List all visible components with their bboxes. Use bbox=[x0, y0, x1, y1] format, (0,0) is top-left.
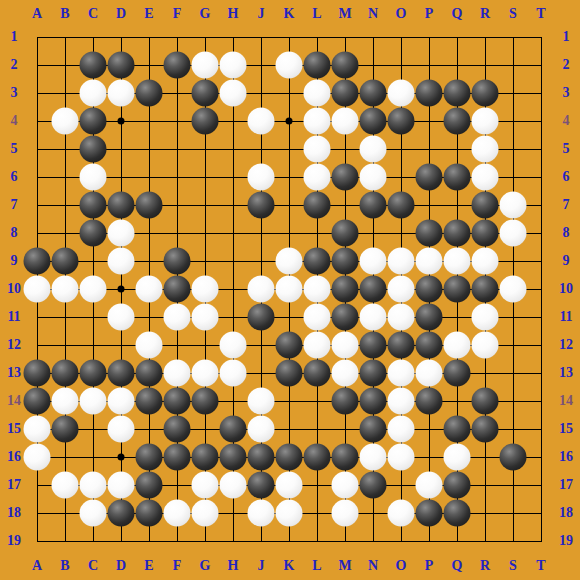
stone-black-J7 bbox=[248, 192, 275, 219]
stone-white-C14 bbox=[80, 388, 107, 415]
stone-black-P3 bbox=[416, 80, 443, 107]
row-label-left-12: 12 bbox=[7, 338, 21, 352]
stone-white-F13 bbox=[164, 360, 191, 387]
row-label-left-13: 13 bbox=[7, 366, 21, 380]
row-label-left-17: 17 bbox=[7, 478, 21, 492]
column-label-top-F: F bbox=[173, 7, 182, 21]
stone-white-F11 bbox=[164, 304, 191, 331]
stone-white-M12 bbox=[332, 332, 359, 359]
stone-white-J6 bbox=[248, 164, 275, 191]
stone-white-O11 bbox=[388, 304, 415, 331]
column-label-top-H: H bbox=[228, 7, 239, 21]
stone-white-E12 bbox=[136, 332, 163, 359]
row-label-left-3: 3 bbox=[11, 86, 18, 100]
stone-white-G17 bbox=[192, 472, 219, 499]
stone-black-L2 bbox=[304, 52, 331, 79]
column-label-bottom-F: F bbox=[173, 559, 182, 573]
stone-white-O16 bbox=[388, 444, 415, 471]
row-label-left-4: 4 bbox=[11, 114, 18, 128]
stone-black-B9 bbox=[52, 248, 79, 275]
stone-black-F15 bbox=[164, 416, 191, 443]
stone-white-P9 bbox=[416, 248, 443, 275]
stone-black-Q10 bbox=[444, 276, 471, 303]
stone-black-J16 bbox=[248, 444, 275, 471]
stone-black-R8 bbox=[472, 220, 499, 247]
column-label-bottom-D: D bbox=[116, 559, 126, 573]
stone-black-M2 bbox=[332, 52, 359, 79]
stone-white-S8 bbox=[500, 220, 527, 247]
row-label-left-19: 19 bbox=[7, 534, 21, 548]
stone-white-J14 bbox=[248, 388, 275, 415]
stone-black-O4 bbox=[388, 108, 415, 135]
stone-black-C4 bbox=[80, 108, 107, 135]
stone-black-M16 bbox=[332, 444, 359, 471]
column-label-bottom-C: C bbox=[88, 559, 98, 573]
stone-black-N4 bbox=[360, 108, 387, 135]
column-label-top-G: G bbox=[200, 7, 211, 21]
go-board[interactable]: AABBCCDDEEFFGGHHJJKKLLMMNNOOPPQQRRSSTT11… bbox=[0, 0, 580, 580]
stone-white-L4 bbox=[304, 108, 331, 135]
column-label-bottom-L: L bbox=[312, 559, 321, 573]
stone-black-D18 bbox=[108, 500, 135, 527]
row-label-left-2: 2 bbox=[11, 58, 18, 72]
stone-white-Q12 bbox=[444, 332, 471, 359]
stone-black-A9 bbox=[24, 248, 51, 275]
grid-line-vertical-T bbox=[541, 37, 542, 542]
stone-white-Q9 bbox=[444, 248, 471, 275]
column-label-top-C: C bbox=[88, 7, 98, 21]
stone-white-N16 bbox=[360, 444, 387, 471]
stone-white-D17 bbox=[108, 472, 135, 499]
stone-black-O12 bbox=[388, 332, 415, 359]
stone-black-G3 bbox=[192, 80, 219, 107]
row-label-right-5: 5 bbox=[563, 142, 570, 156]
stone-white-K18 bbox=[276, 500, 303, 527]
stone-black-R10 bbox=[472, 276, 499, 303]
stone-black-G4 bbox=[192, 108, 219, 135]
stone-white-N9 bbox=[360, 248, 387, 275]
stone-black-B13 bbox=[52, 360, 79, 387]
stone-black-N17 bbox=[360, 472, 387, 499]
stone-black-N12 bbox=[360, 332, 387, 359]
stone-black-K16 bbox=[276, 444, 303, 471]
row-label-left-14: 14 bbox=[7, 394, 21, 408]
column-label-top-R: R bbox=[480, 7, 490, 21]
column-label-bottom-H: H bbox=[228, 559, 239, 573]
stone-black-E17 bbox=[136, 472, 163, 499]
stone-white-J4 bbox=[248, 108, 275, 135]
stone-white-M17 bbox=[332, 472, 359, 499]
stone-black-D7 bbox=[108, 192, 135, 219]
stone-white-L10 bbox=[304, 276, 331, 303]
stone-black-L7 bbox=[304, 192, 331, 219]
row-label-left-5: 5 bbox=[11, 142, 18, 156]
stone-black-E13 bbox=[136, 360, 163, 387]
stone-black-N15 bbox=[360, 416, 387, 443]
stone-white-C3 bbox=[80, 80, 107, 107]
row-label-left-16: 16 bbox=[7, 450, 21, 464]
row-label-right-14: 14 bbox=[559, 394, 573, 408]
stone-black-Q6 bbox=[444, 164, 471, 191]
stone-white-K2 bbox=[276, 52, 303, 79]
stone-white-L3 bbox=[304, 80, 331, 107]
column-label-top-D: D bbox=[116, 7, 126, 21]
stone-white-R11 bbox=[472, 304, 499, 331]
stone-black-M3 bbox=[332, 80, 359, 107]
row-label-right-16: 16 bbox=[559, 450, 573, 464]
stone-white-D9 bbox=[108, 248, 135, 275]
stone-white-G18 bbox=[192, 500, 219, 527]
stone-white-G13 bbox=[192, 360, 219, 387]
stone-black-Q13 bbox=[444, 360, 471, 387]
stone-black-P8 bbox=[416, 220, 443, 247]
column-label-bottom-B: B bbox=[60, 559, 69, 573]
stone-white-O13 bbox=[388, 360, 415, 387]
stone-black-C7 bbox=[80, 192, 107, 219]
stone-white-H12 bbox=[220, 332, 247, 359]
stone-white-Q16 bbox=[444, 444, 471, 471]
hoshi-point-K4 bbox=[286, 118, 293, 125]
stone-black-M6 bbox=[332, 164, 359, 191]
stone-white-D11 bbox=[108, 304, 135, 331]
stone-white-A15 bbox=[24, 416, 51, 443]
stone-white-B4 bbox=[52, 108, 79, 135]
column-label-top-N: N bbox=[368, 7, 378, 21]
column-label-top-B: B bbox=[60, 7, 69, 21]
stone-black-D2 bbox=[108, 52, 135, 79]
stone-white-L12 bbox=[304, 332, 331, 359]
stone-white-J15 bbox=[248, 416, 275, 443]
stone-black-A14 bbox=[24, 388, 51, 415]
stone-white-P17 bbox=[416, 472, 443, 499]
stone-black-M11 bbox=[332, 304, 359, 331]
row-label-left-18: 18 bbox=[7, 506, 21, 520]
column-label-bottom-Q: Q bbox=[452, 559, 463, 573]
stone-white-N5 bbox=[360, 136, 387, 163]
stone-black-R15 bbox=[472, 416, 499, 443]
stone-black-G14 bbox=[192, 388, 219, 415]
stone-black-F16 bbox=[164, 444, 191, 471]
stone-white-O18 bbox=[388, 500, 415, 527]
row-label-right-12: 12 bbox=[559, 338, 573, 352]
column-label-top-E: E bbox=[144, 7, 153, 21]
stone-white-L6 bbox=[304, 164, 331, 191]
column-label-bottom-T: T bbox=[536, 559, 545, 573]
stone-black-H16 bbox=[220, 444, 247, 471]
hoshi-point-D4 bbox=[118, 118, 125, 125]
stone-white-S10 bbox=[500, 276, 527, 303]
stone-black-E7 bbox=[136, 192, 163, 219]
row-label-right-18: 18 bbox=[559, 506, 573, 520]
row-label-left-9: 9 bbox=[11, 254, 18, 268]
stone-white-H17 bbox=[220, 472, 247, 499]
stone-white-O10 bbox=[388, 276, 415, 303]
stone-white-O14 bbox=[388, 388, 415, 415]
column-label-bottom-O: O bbox=[396, 559, 407, 573]
column-label-top-M: M bbox=[338, 7, 351, 21]
stone-white-K9 bbox=[276, 248, 303, 275]
stone-black-L16 bbox=[304, 444, 331, 471]
stone-black-Q18 bbox=[444, 500, 471, 527]
stone-white-A10 bbox=[24, 276, 51, 303]
stone-black-G16 bbox=[192, 444, 219, 471]
column-label-bottom-G: G bbox=[200, 559, 211, 573]
stone-black-E18 bbox=[136, 500, 163, 527]
stone-white-O3 bbox=[388, 80, 415, 107]
stone-black-R7 bbox=[472, 192, 499, 219]
row-label-right-9: 9 bbox=[563, 254, 570, 268]
stone-white-J10 bbox=[248, 276, 275, 303]
column-label-top-A: A bbox=[32, 7, 42, 21]
row-label-right-7: 7 bbox=[563, 198, 570, 212]
stone-black-Q15 bbox=[444, 416, 471, 443]
stone-white-O15 bbox=[388, 416, 415, 443]
stone-white-N6 bbox=[360, 164, 387, 191]
stone-white-H2 bbox=[220, 52, 247, 79]
grid-line-horizontal-19 bbox=[37, 541, 542, 542]
stone-black-F9 bbox=[164, 248, 191, 275]
column-label-top-Q: Q bbox=[452, 7, 463, 21]
stone-black-H15 bbox=[220, 416, 247, 443]
stone-white-C6 bbox=[80, 164, 107, 191]
stone-black-L13 bbox=[304, 360, 331, 387]
row-label-left-7: 7 bbox=[11, 198, 18, 212]
stone-white-G11 bbox=[192, 304, 219, 331]
stone-black-D13 bbox=[108, 360, 135, 387]
column-label-top-T: T bbox=[536, 7, 545, 21]
stone-white-L11 bbox=[304, 304, 331, 331]
stone-black-L9 bbox=[304, 248, 331, 275]
row-label-right-13: 13 bbox=[559, 366, 573, 380]
stone-black-N14 bbox=[360, 388, 387, 415]
stone-white-N11 bbox=[360, 304, 387, 331]
column-label-bottom-P: P bbox=[425, 559, 434, 573]
stone-black-C2 bbox=[80, 52, 107, 79]
stone-black-N7 bbox=[360, 192, 387, 219]
column-label-bottom-K: K bbox=[284, 559, 295, 573]
row-label-right-15: 15 bbox=[559, 422, 573, 436]
stone-black-N13 bbox=[360, 360, 387, 387]
stone-white-B14 bbox=[52, 388, 79, 415]
column-label-top-K: K bbox=[284, 7, 295, 21]
stone-white-R12 bbox=[472, 332, 499, 359]
stone-black-F2 bbox=[164, 52, 191, 79]
stone-white-G2 bbox=[192, 52, 219, 79]
stone-black-E16 bbox=[136, 444, 163, 471]
stone-black-N10 bbox=[360, 276, 387, 303]
stone-white-K17 bbox=[276, 472, 303, 499]
column-label-top-O: O bbox=[396, 7, 407, 21]
column-label-top-L: L bbox=[312, 7, 321, 21]
stone-black-B15 bbox=[52, 416, 79, 443]
stone-white-L5 bbox=[304, 136, 331, 163]
row-label-left-8: 8 bbox=[11, 226, 18, 240]
row-label-right-6: 6 bbox=[563, 170, 570, 184]
stone-black-P12 bbox=[416, 332, 443, 359]
row-label-right-2: 2 bbox=[563, 58, 570, 72]
stone-black-J11 bbox=[248, 304, 275, 331]
row-label-right-8: 8 bbox=[563, 226, 570, 240]
row-label-right-11: 11 bbox=[559, 310, 572, 324]
stone-white-R6 bbox=[472, 164, 499, 191]
column-label-bottom-R: R bbox=[480, 559, 490, 573]
stone-white-E10 bbox=[136, 276, 163, 303]
stone-black-R3 bbox=[472, 80, 499, 107]
stone-white-C10 bbox=[80, 276, 107, 303]
stone-white-K10 bbox=[276, 276, 303, 303]
column-label-bottom-E: E bbox=[144, 559, 153, 573]
stone-white-O9 bbox=[388, 248, 415, 275]
stone-black-E14 bbox=[136, 388, 163, 415]
column-label-bottom-J: J bbox=[258, 559, 265, 573]
stone-black-C5 bbox=[80, 136, 107, 163]
row-label-left-10: 10 bbox=[7, 282, 21, 296]
stone-black-R14 bbox=[472, 388, 499, 415]
row-label-left-1: 1 bbox=[11, 30, 18, 44]
stone-black-P10 bbox=[416, 276, 443, 303]
stone-black-K12 bbox=[276, 332, 303, 359]
stone-black-A13 bbox=[24, 360, 51, 387]
stone-black-Q4 bbox=[444, 108, 471, 135]
stone-black-P11 bbox=[416, 304, 443, 331]
row-label-right-10: 10 bbox=[559, 282, 573, 296]
stone-white-D8 bbox=[108, 220, 135, 247]
row-label-right-19: 19 bbox=[559, 534, 573, 548]
stone-white-M13 bbox=[332, 360, 359, 387]
stone-white-R4 bbox=[472, 108, 499, 135]
stone-black-K13 bbox=[276, 360, 303, 387]
stone-white-G10 bbox=[192, 276, 219, 303]
stone-black-F14 bbox=[164, 388, 191, 415]
column-label-bottom-N: N bbox=[368, 559, 378, 573]
row-label-left-11: 11 bbox=[7, 310, 20, 324]
stone-white-D15 bbox=[108, 416, 135, 443]
stone-black-Q3 bbox=[444, 80, 471, 107]
stone-white-H3 bbox=[220, 80, 247, 107]
row-label-right-1: 1 bbox=[563, 30, 570, 44]
stone-white-S7 bbox=[500, 192, 527, 219]
stone-black-F10 bbox=[164, 276, 191, 303]
stone-white-H13 bbox=[220, 360, 247, 387]
column-label-top-S: S bbox=[509, 7, 517, 21]
hoshi-point-D16 bbox=[118, 454, 125, 461]
stone-white-C17 bbox=[80, 472, 107, 499]
stone-white-B10 bbox=[52, 276, 79, 303]
column-label-bottom-M: M bbox=[338, 559, 351, 573]
stone-black-S16 bbox=[500, 444, 527, 471]
stone-black-Q17 bbox=[444, 472, 471, 499]
column-label-bottom-S: S bbox=[509, 559, 517, 573]
stone-white-D14 bbox=[108, 388, 135, 415]
stone-black-O7 bbox=[388, 192, 415, 219]
stone-black-E3 bbox=[136, 80, 163, 107]
stone-white-M18 bbox=[332, 500, 359, 527]
stone-white-A16 bbox=[24, 444, 51, 471]
row-label-left-6: 6 bbox=[11, 170, 18, 184]
stone-white-F18 bbox=[164, 500, 191, 527]
stone-black-M14 bbox=[332, 388, 359, 415]
stone-black-C13 bbox=[80, 360, 107, 387]
stone-white-C18 bbox=[80, 500, 107, 527]
stone-white-R9 bbox=[472, 248, 499, 275]
stone-black-J17 bbox=[248, 472, 275, 499]
stone-black-M8 bbox=[332, 220, 359, 247]
row-label-right-3: 3 bbox=[563, 86, 570, 100]
stone-black-P14 bbox=[416, 388, 443, 415]
stone-black-P18 bbox=[416, 500, 443, 527]
stone-white-P13 bbox=[416, 360, 443, 387]
stone-white-R5 bbox=[472, 136, 499, 163]
stone-white-J18 bbox=[248, 500, 275, 527]
stone-black-Q8 bbox=[444, 220, 471, 247]
column-label-bottom-A: A bbox=[32, 559, 42, 573]
stone-black-M10 bbox=[332, 276, 359, 303]
stone-white-M4 bbox=[332, 108, 359, 135]
stone-black-C8 bbox=[80, 220, 107, 247]
stone-black-N3 bbox=[360, 80, 387, 107]
row-label-right-17: 17 bbox=[559, 478, 573, 492]
stone-white-D3 bbox=[108, 80, 135, 107]
row-label-right-4: 4 bbox=[563, 114, 570, 128]
hoshi-point-D10 bbox=[118, 286, 125, 293]
stone-black-M9 bbox=[332, 248, 359, 275]
column-label-top-J: J bbox=[258, 7, 265, 21]
stone-white-B17 bbox=[52, 472, 79, 499]
stone-black-P6 bbox=[416, 164, 443, 191]
row-label-left-15: 15 bbox=[7, 422, 21, 436]
column-label-top-P: P bbox=[425, 7, 434, 21]
